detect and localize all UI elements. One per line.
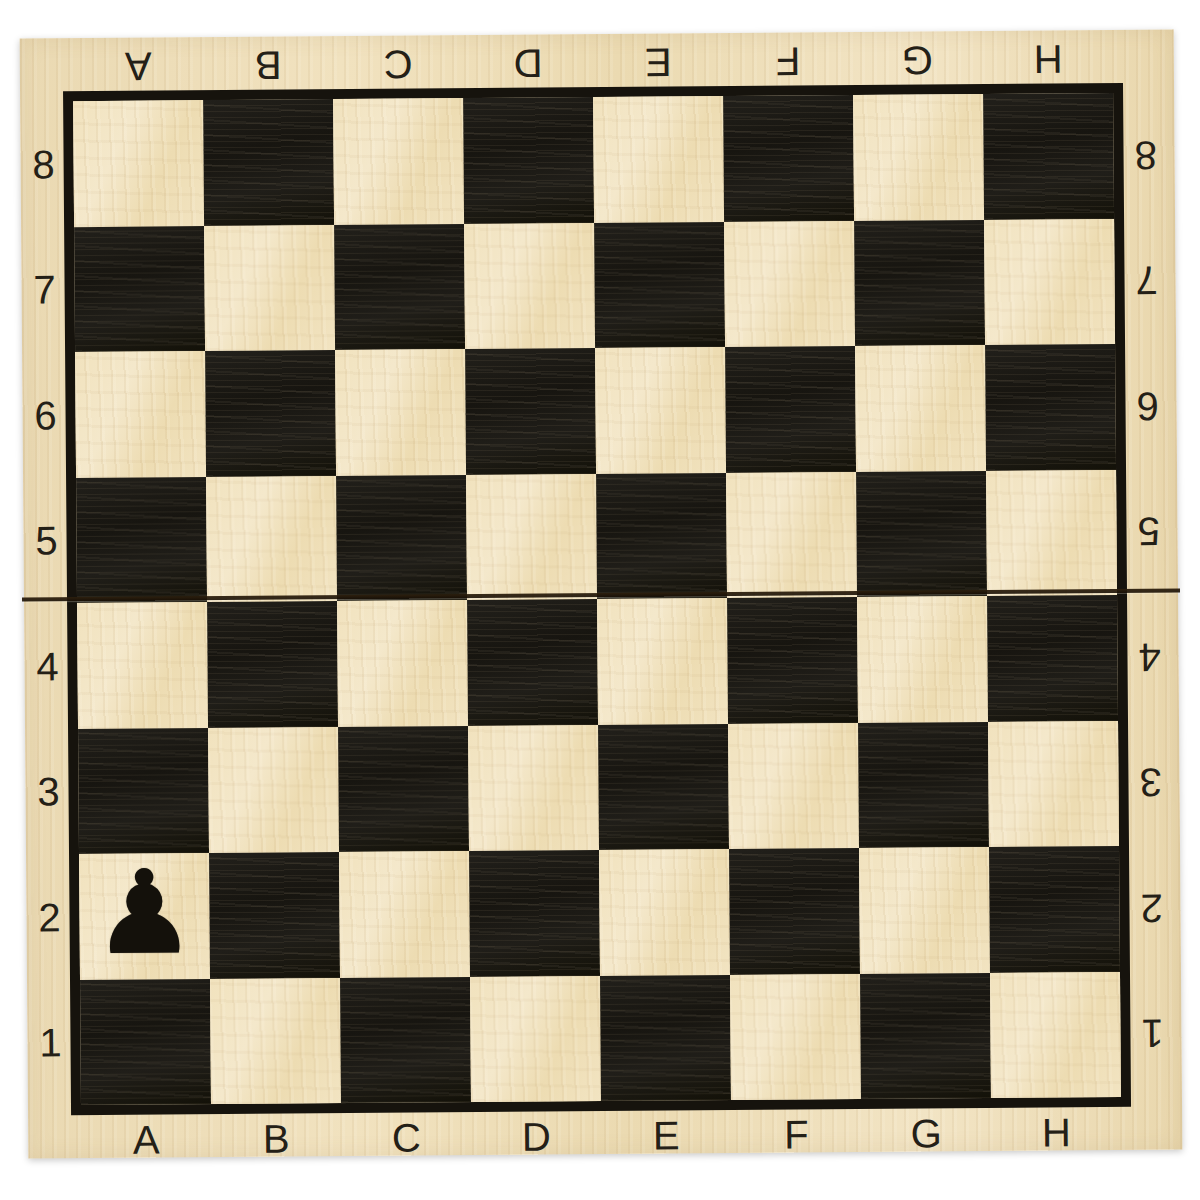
- square-b5[interactable]: [206, 476, 337, 603]
- square-c3[interactable]: [338, 726, 469, 853]
- square-e5[interactable]: [596, 473, 727, 600]
- file-label-bottom-f: F: [731, 1112, 861, 1157]
- file-label-top-d: D: [463, 41, 593, 86]
- square-a1[interactable]: [80, 979, 211, 1106]
- file-label-bottom-e: E: [601, 1113, 731, 1158]
- square-d6[interactable]: [465, 348, 596, 475]
- square-g3[interactable]: [858, 721, 989, 848]
- square-d1[interactable]: [470, 976, 601, 1103]
- square-b7[interactable]: [204, 225, 335, 352]
- square-h6[interactable]: [985, 344, 1116, 471]
- square-a4[interactable]: [77, 602, 208, 729]
- rank-label-right-8-text: 8: [1134, 135, 1157, 175]
- rank-label-right-3: 3: [1127, 720, 1174, 846]
- square-b2[interactable]: [209, 852, 340, 979]
- rank-label-left-6-text: 6: [34, 395, 57, 435]
- square-f8[interactable]: [723, 95, 854, 222]
- file-label-top-f: F: [723, 39, 853, 84]
- file-labels-bottom: ABCDEFGH: [81, 1110, 1121, 1162]
- file-label-top-e: E: [593, 40, 723, 85]
- rank-label-left-8: 8: [22, 101, 65, 227]
- rank-label-right-3-text: 3: [1139, 763, 1162, 803]
- file-label-top-g-text: G: [902, 40, 933, 80]
- square-b1[interactable]: [210, 978, 341, 1105]
- file-label-top-b: B: [203, 43, 333, 88]
- square-f3[interactable]: [728, 722, 859, 849]
- rank-label-left-7-text: 7: [33, 270, 56, 310]
- square-h3[interactable]: [988, 720, 1119, 847]
- rank-label-left-4: 4: [26, 603, 69, 729]
- rank-label-left-6: 6: [24, 352, 67, 478]
- square-g1[interactable]: [860, 972, 991, 1099]
- square-g8[interactable]: [853, 94, 984, 221]
- rank-label-right-8: 8: [1122, 93, 1169, 219]
- file-label-bottom-h: H: [991, 1110, 1121, 1155]
- rank-label-right-2-text: 2: [1140, 888, 1163, 928]
- rank-label-right-4-text: 4: [1138, 637, 1161, 677]
- square-g6[interactable]: [855, 345, 986, 472]
- file-label-top-e-text: E: [644, 42, 671, 82]
- rank-label-right-5-text: 5: [1137, 512, 1160, 552]
- square-f6[interactable]: [725, 346, 856, 473]
- rank-label-left-3: 3: [27, 729, 70, 855]
- rank-label-right-6-text: 6: [1136, 386, 1159, 426]
- square-h4[interactable]: [987, 595, 1118, 722]
- rank-label-left-3-text: 3: [37, 772, 60, 812]
- rank-label-right-2: 2: [1128, 846, 1175, 972]
- square-d5[interactable]: [466, 474, 597, 601]
- square-e6[interactable]: [595, 347, 726, 474]
- square-f5[interactable]: [726, 471, 857, 598]
- rank-label-left-1-text: 1: [39, 1023, 62, 1063]
- file-label-bottom-c: C: [341, 1115, 471, 1160]
- file-label-top-g: G: [853, 38, 983, 83]
- rank-label-left-2: 2: [28, 854, 71, 980]
- square-e3[interactable]: [598, 724, 729, 851]
- square-d7[interactable]: [464, 223, 595, 350]
- rank-label-right-1-text: 1: [1141, 1014, 1164, 1054]
- rank-label-right-5: 5: [1125, 469, 1172, 595]
- square-e7[interactable]: [594, 222, 725, 349]
- square-d8[interactable]: [463, 97, 594, 224]
- square-c6[interactable]: [335, 349, 466, 476]
- file-label-bottom-d: D: [471, 1114, 601, 1159]
- file-label-top-d-text: D: [513, 43, 542, 83]
- square-h2[interactable]: [989, 846, 1120, 973]
- square-f2[interactable]: [729, 848, 860, 975]
- file-label-bottom-a-text: A: [133, 1119, 160, 1159]
- square-b6[interactable]: [205, 350, 336, 477]
- square-d4[interactable]: [467, 599, 598, 726]
- square-h1[interactable]: [990, 971, 1121, 1098]
- file-label-top-a-text: A: [124, 47, 151, 87]
- square-c4[interactable]: [337, 600, 468, 727]
- square-h5[interactable]: [986, 469, 1117, 596]
- rank-label-right-1: 1: [1129, 971, 1176, 1097]
- chess-board: ABCDEFGH 87654321 87654321 ABCDEFGH ♟: [20, 29, 1183, 1158]
- file-label-bottom-g: G: [861, 1111, 991, 1156]
- rank-label-left-5: 5: [25, 478, 68, 604]
- file-label-bottom-b: B: [211, 1116, 341, 1161]
- file-label-bottom-h-text: H: [1042, 1112, 1071, 1152]
- square-g2[interactable]: [859, 847, 990, 974]
- square-e2[interactable]: [599, 849, 730, 976]
- file-label-bottom-e-text: E: [653, 1115, 680, 1155]
- file-label-bottom-d-text: D: [522, 1116, 551, 1156]
- square-e8[interactable]: [593, 96, 724, 223]
- square-b3[interactable]: [208, 727, 339, 854]
- square-a6[interactable]: [75, 351, 206, 478]
- rank-label-right-4: 4: [1126, 595, 1173, 721]
- square-g5[interactable]: [856, 470, 987, 597]
- square-a2[interactable]: ♟: [79, 853, 210, 980]
- square-f4[interactable]: [727, 597, 858, 724]
- rank-label-left-8-text: 8: [32, 144, 55, 184]
- file-label-top-h-text: H: [1033, 39, 1062, 79]
- square-d3[interactable]: [468, 725, 599, 852]
- square-f7[interactable]: [724, 221, 855, 348]
- file-label-bottom-c-text: C: [392, 1117, 421, 1157]
- rank-label-right-6: 6: [1124, 344, 1171, 470]
- square-a5[interactable]: [76, 477, 207, 604]
- rank-label-right-7-text: 7: [1135, 261, 1158, 301]
- square-a3[interactable]: [78, 728, 209, 855]
- square-e1[interactable]: [600, 974, 731, 1101]
- file-label-top-c-text: C: [383, 44, 412, 84]
- rank-label-left-4-text: 4: [36, 646, 59, 686]
- rank-label-left-5-text: 5: [35, 521, 58, 561]
- square-a7[interactable]: [74, 226, 205, 353]
- file-label-top-h: H: [983, 37, 1113, 82]
- square-g7[interactable]: [854, 219, 985, 346]
- file-label-bottom-f-text: F: [784, 1114, 809, 1154]
- square-b8[interactable]: [203, 99, 334, 226]
- file-label-top-c: C: [333, 42, 463, 87]
- rank-label-left-2-text: 2: [38, 897, 61, 937]
- black-pawn[interactable]: ♟: [92, 854, 197, 971]
- file-label-bottom-a: A: [81, 1117, 211, 1162]
- file-label-bottom-g-text: G: [911, 1113, 942, 1153]
- square-a8[interactable]: [73, 100, 204, 227]
- square-b4[interactable]: [207, 601, 338, 728]
- square-c5[interactable]: [336, 475, 467, 602]
- file-labels-top: ABCDEFGH: [73, 37, 1113, 89]
- square-c8[interactable]: [333, 98, 464, 225]
- rank-label-left-7: 7: [23, 227, 66, 353]
- square-g4[interactable]: [857, 596, 988, 723]
- file-label-top-b-text: B: [254, 45, 281, 85]
- file-label-bottom-b-text: B: [263, 1118, 290, 1158]
- product-photo: { "game": "chess", "description": "Overh…: [0, 0, 1200, 1200]
- square-d2[interactable]: [469, 850, 600, 977]
- square-h8[interactable]: [983, 93, 1114, 220]
- square-c2[interactable]: [339, 851, 470, 978]
- rank-label-right-7: 7: [1123, 218, 1170, 344]
- rank-labels-right: 87654321: [1122, 93, 1176, 1097]
- square-c1[interactable]: [340, 977, 471, 1104]
- square-e4[interactable]: [597, 598, 728, 725]
- rank-label-left-1: 1: [29, 980, 72, 1106]
- file-label-top-f-text: F: [775, 41, 800, 81]
- file-label-top-a: A: [73, 44, 203, 89]
- square-f1[interactable]: [730, 973, 861, 1100]
- square-h7[interactable]: [984, 218, 1115, 345]
- square-c7[interactable]: [334, 224, 465, 351]
